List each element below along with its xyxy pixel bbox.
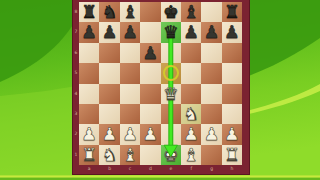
rank-label-7: 7 [74, 30, 79, 35]
rank-coordinates: 87654321 [74, 2, 79, 165]
file-label-e: e [161, 167, 181, 172]
rank-label-6: 6 [74, 51, 79, 56]
file-label-a: a [79, 167, 99, 172]
background-bright-lower-left [0, 86, 75, 180]
file-label-h: h [222, 167, 242, 172]
file-label-f: f [181, 167, 201, 172]
rank-label-3: 3 [74, 112, 79, 117]
file-coordinates: abcdefgh [79, 167, 242, 173]
rank-label-2: 2 [74, 132, 79, 137]
rank-label-4: 4 [74, 92, 79, 97]
bottom-strip-yellow [0, 175, 320, 177]
file-label-d: d [140, 167, 160, 172]
file-label-c: c [120, 167, 140, 172]
rank-label-1: 1 [74, 153, 79, 158]
file-label-g: g [201, 167, 221, 172]
chess-board: ♜♞♝♚♝♜♟♟♟♛♟♟♟♟♛♞♟♟♟♟♟♟♟♜♞♝♚♝♜ 87654321 a… [73, 0, 249, 174]
file-label-b: b [99, 167, 119, 172]
arrow-e7-e1-head [79, 2, 242, 165]
rank-label-8: 8 [74, 10, 79, 15]
board-inner: ♜♞♝♚♝♜♟♟♟♛♟♟♟♟♛♞♟♟♟♟♟♟♟♜♞♝♚♝♜ 87654321 a… [79, 2, 242, 165]
bottom-strip-green [0, 178, 320, 180]
rank-label-5: 5 [74, 71, 79, 76]
